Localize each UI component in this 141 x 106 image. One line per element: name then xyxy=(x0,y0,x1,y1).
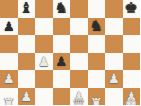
square-d7[interactable] xyxy=(53,0,71,18)
square-h5[interactable] xyxy=(123,35,141,53)
square-h2[interactable] xyxy=(123,88,141,106)
square-a5[interactable] xyxy=(0,35,18,53)
square-f4[interactable] xyxy=(88,53,106,71)
square-g3[interactable] xyxy=(105,70,123,88)
square-e7[interactable] xyxy=(70,0,88,18)
square-c4[interactable] xyxy=(35,53,53,71)
square-d2[interactable] xyxy=(53,88,71,106)
square-e6[interactable] xyxy=(70,18,88,36)
square-d4[interactable] xyxy=(53,53,71,71)
square-e4[interactable] xyxy=(70,53,88,71)
square-d6[interactable] xyxy=(53,18,71,36)
square-h4[interactable] xyxy=(123,53,141,71)
square-d5[interactable] xyxy=(53,35,71,53)
square-c5[interactable] xyxy=(35,35,53,53)
square-f2[interactable] xyxy=(88,88,106,106)
square-b6[interactable] xyxy=(18,18,36,36)
square-c7[interactable] xyxy=(35,0,53,18)
square-f6[interactable] xyxy=(88,18,106,36)
board-squares xyxy=(0,0,140,105)
square-f3[interactable] xyxy=(88,70,106,88)
square-c2[interactable] xyxy=(35,88,53,106)
square-g6[interactable] xyxy=(105,18,123,36)
square-c6[interactable] xyxy=(35,18,53,36)
square-d3[interactable] xyxy=(53,70,71,88)
square-a3[interactable] xyxy=(0,70,18,88)
square-f7[interactable] xyxy=(88,0,106,18)
square-g5[interactable] xyxy=(105,35,123,53)
square-a4[interactable] xyxy=(0,53,18,71)
square-a7[interactable] xyxy=(0,0,18,18)
square-b4[interactable] xyxy=(18,53,36,71)
square-b2[interactable] xyxy=(18,88,36,106)
square-g4[interactable] xyxy=(105,53,123,71)
square-e5[interactable] xyxy=(70,35,88,53)
square-a6[interactable] xyxy=(0,18,18,36)
square-b5[interactable] xyxy=(18,35,36,53)
square-h6[interactable] xyxy=(123,18,141,36)
square-b3[interactable] xyxy=(18,70,36,88)
square-e3[interactable] xyxy=(70,70,88,88)
square-e2[interactable] xyxy=(70,88,88,106)
square-g2[interactable] xyxy=(105,88,123,106)
square-h7[interactable] xyxy=(123,0,141,18)
square-a2[interactable] xyxy=(0,88,18,106)
square-b7[interactable] xyxy=(18,0,36,18)
square-c3[interactable] xyxy=(35,70,53,88)
chess-board: ♝♞♚♟♞♟♟♟♟♟♟♟♜♛♜♚ xyxy=(0,0,140,105)
square-f5[interactable] xyxy=(88,35,106,53)
square-g7[interactable] xyxy=(105,0,123,18)
square-h3[interactable] xyxy=(123,70,141,88)
